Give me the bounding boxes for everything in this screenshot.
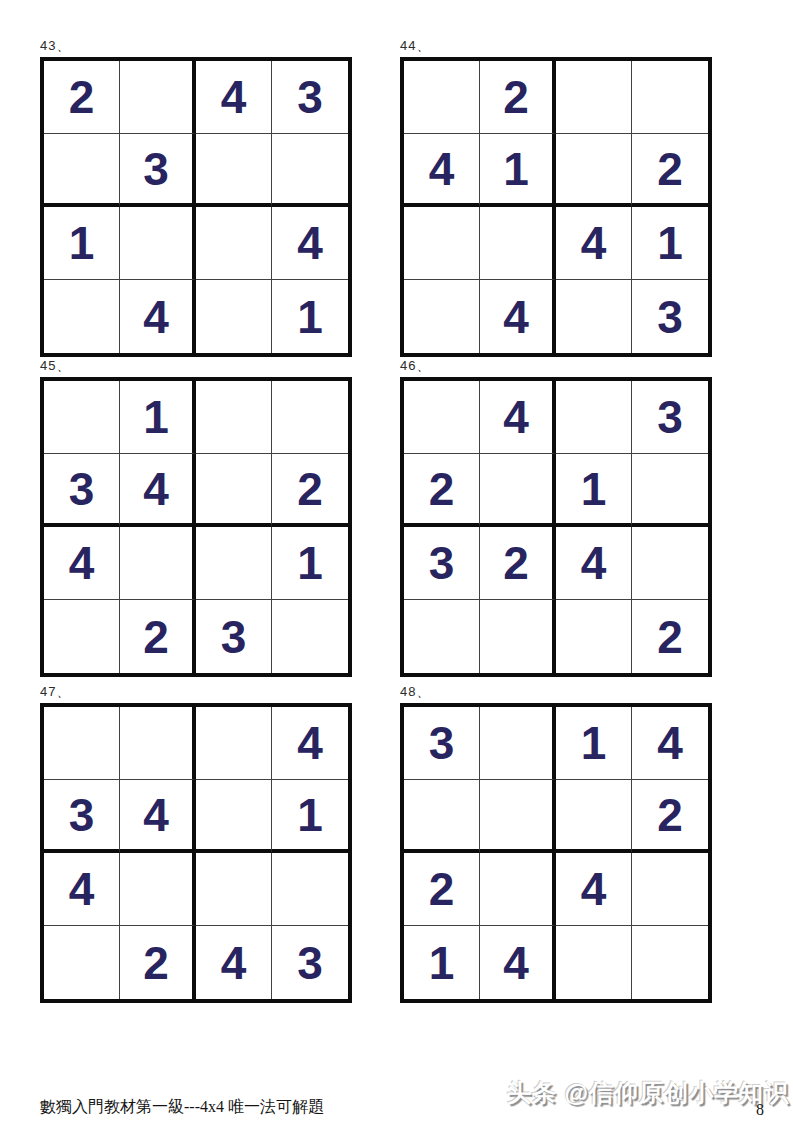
puzzle-48-label: 48、 [400,684,712,700]
puzzle-44-cell-r3c4: 1 [632,207,708,280]
puzzle-48: 48、 31422414 [400,684,712,1003]
puzzle-row-3: 47、 43414243 48、 31422414 [40,684,752,1003]
puzzle-47-board: 43414243 [40,703,352,1003]
puzzle-47-cell-r3c1: 4 [44,853,120,926]
puzzle-44-cell-r1c4 [632,61,708,134]
sudoku-worksheet-page: 43、 24331441 44、 24124143 45、 13424123 4… [0,0,793,1122]
puzzle-44-cell-r3c1 [404,207,480,280]
puzzle-48-cell-r3c1: 2 [404,853,480,926]
puzzle-46-board: 43213242 [400,377,712,677]
page-number: 8 [756,1101,764,1119]
puzzle-45-cell-r1c1 [44,381,120,454]
puzzle-44-cell-r3c3: 4 [556,207,632,280]
puzzle-44-cell-r1c2: 2 [480,61,556,134]
puzzle-45-cell-r1c4 [272,381,348,454]
puzzle-47-cell-r2c3 [196,780,272,853]
puzzle-44-cell-r2c2: 1 [480,134,556,207]
puzzle-47-cell-r1c1 [44,707,120,780]
puzzle-46-cell-r2c1: 2 [404,454,480,527]
puzzle-48-cell-r4c1: 1 [404,926,480,999]
puzzle-43-cell-r4c3 [196,280,272,353]
puzzle-45-cell-r2c3 [196,454,272,527]
puzzle-43-cell-r4c2: 4 [120,280,196,353]
puzzle-48-cell-r1c3: 1 [556,707,632,780]
puzzle-44-cell-r2c4: 2 [632,134,708,207]
puzzle-46-cell-r4c1 [404,600,480,673]
puzzle-45-cell-r4c3: 3 [196,600,272,673]
puzzle-43-cell-r3c1: 1 [44,207,120,280]
puzzle-48-cell-r2c2 [480,780,556,853]
puzzle-47-cell-r4c4: 3 [272,926,348,999]
puzzle-46-cell-r4c2 [480,600,556,673]
puzzle-43: 43、 24331441 [40,38,352,357]
puzzle-47-cell-r4c1 [44,926,120,999]
puzzle-47: 47、 43414243 [40,684,352,1003]
puzzle-44-cell-r1c1 [404,61,480,134]
puzzle-45-cell-r1c3 [196,381,272,454]
puzzle-43-cell-r4c4: 1 [272,280,348,353]
puzzle-48-cell-r2c1 [404,780,480,853]
puzzle-45-cell-r3c1: 4 [44,527,120,600]
puzzle-43-cell-r2c4 [272,134,348,207]
puzzle-45-cell-r2c1: 3 [44,454,120,527]
puzzle-43-cell-r1c4: 3 [272,61,348,134]
puzzle-47-cell-r3c3 [196,853,272,926]
puzzle-45-cell-r3c4: 1 [272,527,348,600]
puzzle-44: 44、 24124143 [400,38,712,357]
puzzle-46-cell-r2c2 [480,454,556,527]
puzzle-46-cell-r3c1: 3 [404,527,480,600]
puzzle-44-cell-r2c1: 4 [404,134,480,207]
puzzle-46-cell-r1c4: 3 [632,381,708,454]
puzzle-47-cell-r1c2 [120,707,196,780]
puzzle-45-cell-r1c2: 1 [120,381,196,454]
puzzle-row-2: 45、 13424123 46、 43213242 [40,358,752,677]
puzzle-46-cell-r1c3 [556,381,632,454]
puzzle-48-cell-r1c1: 3 [404,707,480,780]
puzzle-44-cell-r2c3 [556,134,632,207]
puzzle-47-cell-r3c4 [272,853,348,926]
puzzle-45-cell-r4c2: 2 [120,600,196,673]
puzzle-44-cell-r4c1 [404,280,480,353]
puzzle-48-cell-r3c2 [480,853,556,926]
puzzle-43-cell-r3c2 [120,207,196,280]
puzzle-44-cell-r4c2: 4 [480,280,556,353]
puzzle-48-cell-r3c4 [632,853,708,926]
puzzle-43-cell-r3c4: 4 [272,207,348,280]
puzzle-46-cell-r4c4: 2 [632,600,708,673]
puzzle-44-cell-r4c4: 3 [632,280,708,353]
puzzle-45-label: 45、 [40,358,352,374]
puzzle-43-cell-r2c2: 3 [120,134,196,207]
puzzle-46-cell-r1c1 [404,381,480,454]
puzzle-45-cell-r3c2 [120,527,196,600]
puzzle-row-1: 43、 24331441 44、 24124143 [40,38,752,357]
puzzle-46-cell-r3c4 [632,527,708,600]
puzzle-45: 45、 13424123 [40,358,352,677]
puzzle-45-cell-r2c4: 2 [272,454,348,527]
puzzle-48-cell-r4c3 [556,926,632,999]
puzzle-48-cell-r2c4: 2 [632,780,708,853]
puzzle-45-board: 13424123 [40,377,352,677]
puzzle-45-cell-r4c1 [44,600,120,673]
puzzle-43-cell-r1c1: 2 [44,61,120,134]
puzzle-48-board: 31422414 [400,703,712,1003]
puzzle-48-cell-r1c4: 4 [632,707,708,780]
puzzle-47-cell-r2c4: 1 [272,780,348,853]
puzzle-46-cell-r2c4 [632,454,708,527]
puzzle-47-cell-r2c2: 4 [120,780,196,853]
puzzle-44-board: 24124143 [400,57,712,357]
puzzle-43-label: 43、 [40,38,352,54]
puzzle-46-cell-r3c3: 4 [556,527,632,600]
puzzle-45-cell-r2c2: 4 [120,454,196,527]
puzzle-47-cell-r1c4: 4 [272,707,348,780]
puzzle-46-label: 46、 [400,358,712,374]
puzzle-47-cell-r3c2 [120,853,196,926]
puzzle-46-cell-r3c2: 2 [480,527,556,600]
puzzle-45-cell-r4c4 [272,600,348,673]
puzzle-47-cell-r4c2: 2 [120,926,196,999]
puzzle-46-cell-r2c3: 1 [556,454,632,527]
puzzle-47-cell-r1c3 [196,707,272,780]
puzzle-45-cell-r3c3 [196,527,272,600]
puzzle-47-label: 47、 [40,684,352,700]
puzzle-44-cell-r3c2 [480,207,556,280]
puzzle-43-board: 24331441 [40,57,352,357]
puzzle-48-cell-r2c3 [556,780,632,853]
footer-title: 數獨入門教材第一級---4x4 唯一法可解題 [40,1097,324,1118]
puzzle-43-cell-r1c3: 4 [196,61,272,134]
puzzle-46-cell-r1c2: 4 [480,381,556,454]
puzzle-48-cell-r3c3: 4 [556,853,632,926]
puzzle-48-cell-r1c2 [480,707,556,780]
puzzle-43-cell-r3c3 [196,207,272,280]
puzzle-48-cell-r4c4 [632,926,708,999]
watermark-toutiao: 头条 @信仰原创小学知识 [507,1077,789,1109]
puzzle-44-cell-r4c3 [556,280,632,353]
puzzle-47-cell-r2c1: 3 [44,780,120,853]
puzzle-43-cell-r1c2 [120,61,196,134]
puzzle-43-cell-r2c1 [44,134,120,207]
puzzle-44-cell-r1c3 [556,61,632,134]
puzzle-43-cell-r2c3 [196,134,272,207]
puzzle-44-label: 44、 [400,38,712,54]
puzzle-43-cell-r4c1 [44,280,120,353]
puzzle-46-cell-r4c3 [556,600,632,673]
puzzle-46: 46、 43213242 [400,358,712,677]
puzzle-47-cell-r4c3: 4 [196,926,272,999]
puzzle-48-cell-r4c2: 4 [480,926,556,999]
